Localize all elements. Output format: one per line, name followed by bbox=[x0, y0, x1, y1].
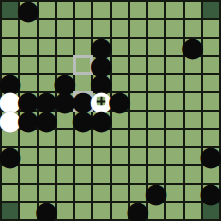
board-cell[interactable]: ● bbox=[93, 57, 109, 73]
black-stone: ● bbox=[35, 106, 59, 133]
black-stone: ● bbox=[90, 51, 114, 78]
board-cell[interactable] bbox=[57, 39, 73, 55]
board-cell[interactable] bbox=[185, 2, 201, 18]
board-cell[interactable] bbox=[20, 166, 36, 182]
board-cell[interactable] bbox=[148, 39, 164, 55]
board-cell[interactable] bbox=[93, 148, 109, 164]
corner-square[interactable] bbox=[203, 2, 219, 18]
board-cell[interactable] bbox=[112, 75, 128, 91]
board-cell[interactable] bbox=[203, 112, 219, 128]
board-cell[interactable]: ● bbox=[2, 112, 18, 128]
board-cell[interactable] bbox=[112, 112, 128, 128]
board-cell[interactable] bbox=[75, 57, 91, 73]
board-cell[interactable] bbox=[20, 185, 36, 201]
corner-square[interactable] bbox=[203, 203, 219, 219]
cross-marker-icon bbox=[97, 97, 106, 106]
board-cell[interactable]: ● bbox=[2, 93, 18, 109]
board-cell[interactable] bbox=[130, 93, 146, 109]
corner-square[interactable] bbox=[2, 2, 18, 18]
black-stone: ● bbox=[108, 87, 132, 114]
board-cell[interactable] bbox=[166, 130, 182, 146]
board-cell[interactable] bbox=[93, 20, 109, 36]
board-cell[interactable] bbox=[39, 2, 55, 18]
board-cell[interactable] bbox=[185, 20, 201, 36]
board-cell[interactable] bbox=[39, 20, 55, 36]
board-cell[interactable] bbox=[2, 166, 18, 182]
board-cell[interactable] bbox=[148, 166, 164, 182]
board-cell[interactable] bbox=[130, 185, 146, 201]
black-stone: ● bbox=[90, 69, 114, 96]
highlight-square bbox=[73, 55, 93, 75]
black-stone: ● bbox=[0, 69, 22, 96]
corner-square[interactable] bbox=[2, 203, 18, 219]
board-cell[interactable]: ● bbox=[112, 93, 128, 109]
game-board: ●●●●●●●●●●●●●●●●●●●●●●●●● bbox=[0, 0, 221, 221]
board-cell[interactable] bbox=[39, 166, 55, 182]
board-cell[interactable]: ● bbox=[2, 148, 18, 164]
board-cell[interactable] bbox=[75, 75, 91, 91]
board-cell[interactable] bbox=[185, 185, 201, 201]
black-stone: ● bbox=[35, 87, 59, 114]
board-cell[interactable] bbox=[20, 39, 36, 55]
board-cell[interactable]: ● bbox=[203, 185, 219, 201]
black-stone: ● bbox=[90, 33, 114, 60]
board-cell[interactable] bbox=[112, 57, 128, 73]
board-cell[interactable] bbox=[166, 57, 182, 73]
board-cell[interactable] bbox=[112, 148, 128, 164]
board-cell[interactable] bbox=[20, 20, 36, 36]
board-cell[interactable] bbox=[130, 20, 146, 36]
board-cell[interactable] bbox=[20, 148, 36, 164]
board-cell[interactable] bbox=[185, 203, 201, 219]
board-cell[interactable] bbox=[185, 93, 201, 109]
board-cell[interactable] bbox=[39, 148, 55, 164]
board-cell[interactable] bbox=[130, 39, 146, 55]
board-cell[interactable] bbox=[203, 20, 219, 36]
white-stone: ● bbox=[0, 106, 22, 133]
black-stone: ● bbox=[53, 87, 77, 114]
board-cell[interactable] bbox=[166, 166, 182, 182]
board-cell[interactable] bbox=[185, 57, 201, 73]
board-cell[interactable] bbox=[166, 39, 182, 55]
board-cell[interactable] bbox=[75, 20, 91, 36]
board-cell[interactable] bbox=[185, 166, 201, 182]
board-cell[interactable] bbox=[130, 130, 146, 146]
board-cell[interactable] bbox=[93, 2, 109, 18]
board-cell[interactable] bbox=[166, 185, 182, 201]
board-cell[interactable] bbox=[57, 185, 73, 201]
highlight-square bbox=[73, 91, 93, 111]
board-cell[interactable]: ● bbox=[20, 112, 36, 128]
board-cell[interactable] bbox=[112, 39, 128, 55]
board-cell[interactable] bbox=[166, 203, 182, 219]
board-cell[interactable] bbox=[130, 2, 146, 18]
board-cell[interactable] bbox=[112, 166, 128, 182]
board-cell[interactable]: ● bbox=[93, 112, 109, 128]
board-cell[interactable] bbox=[20, 203, 36, 219]
board-cell[interactable]: ● bbox=[75, 93, 91, 109]
board-cell[interactable] bbox=[112, 2, 128, 18]
board-cell[interactable] bbox=[203, 166, 219, 182]
black-stone: ● bbox=[181, 33, 205, 60]
board-cell[interactable]: ● bbox=[93, 93, 109, 109]
black-stone: ● bbox=[90, 106, 114, 133]
board-cell[interactable] bbox=[57, 112, 73, 128]
board-cell[interactable] bbox=[75, 166, 91, 182]
cross-marked-white-stone: ● bbox=[90, 87, 114, 114]
board-cell[interactable] bbox=[203, 57, 219, 73]
board-cell[interactable] bbox=[166, 148, 182, 164]
board-cell[interactable] bbox=[2, 20, 18, 36]
board-cell[interactable] bbox=[39, 57, 55, 73]
board-cell[interactable]: ● bbox=[185, 39, 201, 55]
board-cell[interactable]: ● bbox=[130, 203, 146, 219]
board-cell[interactable] bbox=[130, 166, 146, 182]
board-cell[interactable] bbox=[75, 185, 91, 201]
board-cell[interactable]: ● bbox=[39, 93, 55, 109]
board-cell[interactable] bbox=[93, 185, 109, 201]
black-stone: ● bbox=[71, 106, 95, 133]
board-cell[interactable] bbox=[75, 148, 91, 164]
board-cell[interactable] bbox=[185, 130, 201, 146]
black-stone: ● bbox=[199, 142, 221, 169]
board-cell[interactable] bbox=[130, 112, 146, 128]
board-cell[interactable] bbox=[166, 20, 182, 36]
board-cell[interactable] bbox=[148, 57, 164, 73]
board-cell[interactable] bbox=[112, 130, 128, 146]
board-cell[interactable] bbox=[39, 185, 55, 201]
board-cell[interactable] bbox=[93, 166, 109, 182]
board-cell[interactable] bbox=[39, 75, 55, 91]
board-cell[interactable] bbox=[57, 203, 73, 219]
black-stone: ● bbox=[144, 179, 168, 206]
board-cell[interactable] bbox=[185, 148, 201, 164]
board-cell[interactable] bbox=[57, 148, 73, 164]
board-cell[interactable] bbox=[20, 130, 36, 146]
board-cell[interactable] bbox=[166, 2, 182, 18]
board-cell[interactable] bbox=[148, 148, 164, 164]
board-cell[interactable]: ● bbox=[57, 93, 73, 109]
board-cell[interactable] bbox=[130, 148, 146, 164]
board-cell[interactable] bbox=[2, 185, 18, 201]
board-cell[interactable]: ● bbox=[93, 39, 109, 55]
board-cell[interactable] bbox=[75, 39, 91, 55]
board-cell[interactable]: ● bbox=[148, 185, 164, 201]
board-cell[interactable] bbox=[112, 185, 128, 201]
board-cell[interactable] bbox=[148, 2, 164, 18]
board-cell[interactable] bbox=[112, 20, 128, 36]
board-cell[interactable] bbox=[148, 20, 164, 36]
board-cell[interactable] bbox=[148, 112, 164, 128]
board-cell[interactable] bbox=[185, 112, 201, 128]
board-cell[interactable]: ● bbox=[203, 148, 219, 164]
board-cell[interactable] bbox=[75, 130, 91, 146]
board-cell[interactable]: ● bbox=[20, 2, 36, 18]
board-cell[interactable] bbox=[20, 57, 36, 73]
board-cell[interactable] bbox=[75, 203, 91, 219]
board-cell[interactable] bbox=[75, 2, 91, 18]
board-cell[interactable] bbox=[57, 57, 73, 73]
board-cell[interactable] bbox=[93, 130, 109, 146]
board-cell[interactable] bbox=[148, 93, 164, 109]
black-stone: ● bbox=[199, 179, 221, 206]
board-cell[interactable] bbox=[203, 75, 219, 91]
black-stone: ● bbox=[0, 142, 22, 169]
board-cell[interactable]: ● bbox=[93, 75, 109, 91]
board-cell[interactable] bbox=[112, 203, 128, 219]
board-cell[interactable]: ● bbox=[57, 75, 73, 91]
board-cell[interactable]: ● bbox=[2, 75, 18, 91]
board-cell[interactable]: ● bbox=[39, 203, 55, 219]
board-cell[interactable]: ● bbox=[20, 93, 36, 109]
board-cell[interactable] bbox=[166, 75, 182, 91]
board-cell[interactable] bbox=[2, 39, 18, 55]
board-cell[interactable]: ● bbox=[75, 112, 91, 128]
board-cell[interactable] bbox=[130, 57, 146, 73]
board-cell[interactable] bbox=[148, 203, 164, 219]
board-cell[interactable] bbox=[39, 130, 55, 146]
board-cell[interactable] bbox=[57, 130, 73, 146]
board-cell[interactable]: ● bbox=[39, 112, 55, 128]
black-stone: ● bbox=[53, 69, 77, 96]
board-cell[interactable] bbox=[148, 130, 164, 146]
board-cell[interactable] bbox=[2, 130, 18, 146]
board-cell[interactable] bbox=[148, 75, 164, 91]
board-cell[interactable] bbox=[166, 93, 182, 109]
board-cell[interactable] bbox=[203, 93, 219, 109]
board-cell[interactable] bbox=[57, 166, 73, 182]
board-cell[interactable] bbox=[39, 39, 55, 55]
board-cell[interactable] bbox=[57, 20, 73, 36]
white-stone: ● bbox=[0, 87, 22, 114]
board-cell[interactable] bbox=[166, 112, 182, 128]
black-stone: ● bbox=[17, 87, 41, 114]
board-cell[interactable] bbox=[185, 75, 201, 91]
board-cell[interactable] bbox=[203, 39, 219, 55]
board-cell[interactable] bbox=[2, 57, 18, 73]
board-cell[interactable] bbox=[130, 75, 146, 91]
board-cell[interactable] bbox=[93, 203, 109, 219]
black-stone: ● bbox=[17, 106, 41, 133]
black-stone: ● bbox=[71, 87, 95, 114]
board-cell[interactable] bbox=[57, 2, 73, 18]
board-cell[interactable] bbox=[20, 75, 36, 91]
board-cell[interactable] bbox=[203, 130, 219, 146]
